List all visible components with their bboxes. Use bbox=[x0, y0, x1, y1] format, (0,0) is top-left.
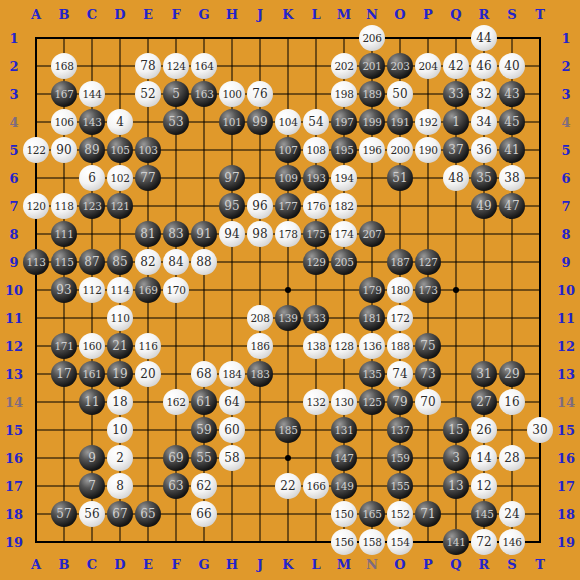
stone-D11: 110 bbox=[107, 305, 133, 331]
label-top-R: R bbox=[479, 8, 490, 21]
stone-H14: 64 bbox=[219, 389, 245, 415]
label-right-1: 1 bbox=[561, 32, 570, 45]
label-right-5: 5 bbox=[561, 144, 570, 157]
stone-L8: 175 bbox=[303, 221, 329, 247]
stone-B2: 168 bbox=[51, 53, 77, 79]
label-right-2: 2 bbox=[561, 60, 570, 73]
stone-N19: 158 bbox=[359, 529, 385, 555]
stone-C13: 161 bbox=[79, 361, 105, 387]
stone-S13: 29 bbox=[499, 361, 525, 387]
stone-C3: 144 bbox=[79, 81, 105, 107]
stone-L5: 108 bbox=[303, 137, 329, 163]
stone-O6: 51 bbox=[387, 165, 413, 191]
stone-G2: 164 bbox=[191, 53, 217, 79]
stone-O19: 154 bbox=[387, 529, 413, 555]
stone-L6: 193 bbox=[303, 165, 329, 191]
label-top-E: E bbox=[143, 8, 153, 21]
stone-E10: 169 bbox=[135, 277, 161, 303]
stone-O3: 50 bbox=[387, 81, 413, 107]
stone-N1: 206 bbox=[359, 25, 385, 51]
stone-F10: 170 bbox=[163, 277, 189, 303]
stone-B18: 57 bbox=[51, 501, 77, 527]
stone-O16: 159 bbox=[387, 445, 413, 471]
label-top-F: F bbox=[171, 8, 180, 21]
label-right-7: 7 bbox=[561, 200, 570, 213]
stone-M19: 156 bbox=[331, 529, 357, 555]
label-right-11: 11 bbox=[557, 312, 575, 325]
stone-O13: 74 bbox=[387, 361, 413, 387]
label-right-8: 8 bbox=[561, 228, 570, 241]
label-top-T: T bbox=[535, 8, 545, 21]
stone-G8: 91 bbox=[191, 221, 217, 247]
stone-B8: 111 bbox=[51, 221, 77, 247]
label-top-K: K bbox=[282, 8, 293, 21]
stone-F2: 124 bbox=[163, 53, 189, 79]
label-bottom-S: S bbox=[507, 558, 516, 571]
label-top-H: H bbox=[226, 8, 238, 21]
stone-G3: 163 bbox=[191, 81, 217, 107]
label-left-1: 1 bbox=[9, 32, 18, 45]
hoshi-K16 bbox=[285, 455, 291, 461]
label-bottom-Q: Q bbox=[450, 558, 461, 571]
stone-H6: 97 bbox=[219, 165, 245, 191]
stone-K5: 107 bbox=[275, 137, 301, 163]
stone-E18: 65 bbox=[135, 501, 161, 527]
label-left-2: 2 bbox=[9, 60, 18, 73]
label-top-G: G bbox=[198, 8, 209, 21]
stone-C10: 112 bbox=[79, 277, 105, 303]
label-left-10: 10 bbox=[5, 284, 23, 297]
stone-M7: 182 bbox=[331, 193, 357, 219]
stone-S14: 16 bbox=[499, 389, 525, 415]
stone-O18: 152 bbox=[387, 501, 413, 527]
stone-O5: 200 bbox=[387, 137, 413, 163]
label-right-4: 4 bbox=[561, 116, 570, 129]
stone-O17: 155 bbox=[387, 473, 413, 499]
go-board[interactable]: AABBCCDDEEFFGGHHJJKKLLMMNNOOPPQQRRSSTT11… bbox=[0, 0, 580, 580]
stone-Q17: 13 bbox=[443, 473, 469, 499]
stone-N2: 201 bbox=[359, 53, 385, 79]
label-left-12: 12 bbox=[5, 340, 23, 353]
label-bottom-M: M bbox=[337, 558, 351, 571]
stone-J8: 98 bbox=[247, 221, 273, 247]
stone-J13: 183 bbox=[247, 361, 273, 387]
stone-D18: 67 bbox=[107, 501, 133, 527]
stone-J4: 99 bbox=[247, 109, 273, 135]
stone-S16: 28 bbox=[499, 445, 525, 471]
stone-K6: 109 bbox=[275, 165, 301, 191]
stone-K15: 185 bbox=[275, 417, 301, 443]
label-bottom-K: K bbox=[282, 558, 293, 571]
stone-N5: 196 bbox=[359, 137, 385, 163]
stone-R1: 44 bbox=[471, 25, 497, 51]
stone-O11: 172 bbox=[387, 305, 413, 331]
stone-F16: 69 bbox=[163, 445, 189, 471]
stone-P14: 70 bbox=[415, 389, 441, 415]
label-right-3: 3 bbox=[561, 88, 570, 101]
label-left-7: 7 bbox=[9, 200, 18, 213]
stone-D15: 10 bbox=[107, 417, 133, 443]
stone-N8: 207 bbox=[359, 221, 385, 247]
label-right-12: 12 bbox=[557, 340, 575, 353]
stone-G16: 55 bbox=[191, 445, 217, 471]
stone-L11: 133 bbox=[303, 305, 329, 331]
stone-M6: 194 bbox=[331, 165, 357, 191]
stone-F9: 84 bbox=[163, 249, 189, 275]
stone-M4: 197 bbox=[331, 109, 357, 135]
stone-G14: 61 bbox=[191, 389, 217, 415]
stone-C17: 7 bbox=[79, 473, 105, 499]
label-left-16: 16 bbox=[5, 452, 23, 465]
stone-P13: 73 bbox=[415, 361, 441, 387]
stone-P10: 173 bbox=[415, 277, 441, 303]
stone-J12: 186 bbox=[247, 333, 273, 359]
stone-B7: 118 bbox=[51, 193, 77, 219]
stone-M14: 130 bbox=[331, 389, 357, 415]
label-top-C: C bbox=[87, 8, 97, 21]
stone-A9: 113 bbox=[23, 249, 49, 275]
stone-L14: 132 bbox=[303, 389, 329, 415]
stone-R3: 32 bbox=[471, 81, 497, 107]
label-right-17: 17 bbox=[557, 480, 575, 493]
label-right-13: 13 bbox=[557, 368, 575, 381]
label-right-9: 9 bbox=[561, 256, 570, 269]
stone-O9: 187 bbox=[387, 249, 413, 275]
label-left-11: 11 bbox=[5, 312, 23, 325]
stone-M12: 128 bbox=[331, 333, 357, 359]
stone-Q2: 42 bbox=[443, 53, 469, 79]
label-top-P: P bbox=[423, 8, 433, 21]
stone-N13: 135 bbox=[359, 361, 385, 387]
stone-E9: 82 bbox=[135, 249, 161, 275]
stone-M5: 195 bbox=[331, 137, 357, 163]
label-top-D: D bbox=[114, 8, 125, 21]
stone-S4: 45 bbox=[499, 109, 525, 135]
stone-Q4: 1 bbox=[443, 109, 469, 135]
stone-R14: 27 bbox=[471, 389, 497, 415]
stone-O12: 188 bbox=[387, 333, 413, 359]
stone-F17: 63 bbox=[163, 473, 189, 499]
stone-T15: 30 bbox=[527, 417, 553, 443]
stone-H16: 58 bbox=[219, 445, 245, 471]
stone-C6: 6 bbox=[79, 165, 105, 191]
stone-D4: 4 bbox=[107, 109, 133, 135]
stone-N4: 199 bbox=[359, 109, 385, 135]
stone-E3: 52 bbox=[135, 81, 161, 107]
stone-S7: 47 bbox=[499, 193, 525, 219]
stone-L12: 138 bbox=[303, 333, 329, 359]
stone-P12: 75 bbox=[415, 333, 441, 359]
stone-C4: 143 bbox=[79, 109, 105, 135]
stone-P18: 71 bbox=[415, 501, 441, 527]
label-bottom-L: L bbox=[311, 558, 320, 571]
stone-D17: 8 bbox=[107, 473, 133, 499]
label-bottom-G: G bbox=[198, 558, 209, 571]
label-bottom-R: R bbox=[479, 558, 490, 571]
stone-R15: 26 bbox=[471, 417, 497, 443]
label-top-Q: Q bbox=[450, 8, 461, 21]
stone-D14: 18 bbox=[107, 389, 133, 415]
stone-A7: 120 bbox=[23, 193, 49, 219]
stone-R7: 49 bbox=[471, 193, 497, 219]
label-top-S: S bbox=[507, 8, 516, 21]
label-top-L: L bbox=[311, 8, 320, 21]
stone-A5: 122 bbox=[23, 137, 49, 163]
stone-J7: 96 bbox=[247, 193, 273, 219]
stone-M16: 147 bbox=[331, 445, 357, 471]
stone-B4: 106 bbox=[51, 109, 77, 135]
stone-M2: 202 bbox=[331, 53, 357, 79]
stone-P5: 190 bbox=[415, 137, 441, 163]
label-top-M: M bbox=[337, 8, 351, 21]
label-bottom-H: H bbox=[226, 558, 238, 571]
label-left-6: 6 bbox=[9, 172, 18, 185]
hoshi-Q10 bbox=[453, 287, 459, 293]
stone-O15: 137 bbox=[387, 417, 413, 443]
stone-Q6: 48 bbox=[443, 165, 469, 191]
stone-D10: 114 bbox=[107, 277, 133, 303]
stone-O14: 79 bbox=[387, 389, 413, 415]
label-top-A: A bbox=[31, 8, 41, 21]
stone-R16: 14 bbox=[471, 445, 497, 471]
label-right-6: 6 bbox=[561, 172, 570, 185]
stone-P2: 204 bbox=[415, 53, 441, 79]
stone-D7: 121 bbox=[107, 193, 133, 219]
stone-M8: 174 bbox=[331, 221, 357, 247]
label-bottom-D: D bbox=[114, 558, 125, 571]
label-right-15: 15 bbox=[557, 424, 575, 437]
stone-S3: 43 bbox=[499, 81, 525, 107]
stone-M18: 150 bbox=[331, 501, 357, 527]
stone-R5: 36 bbox=[471, 137, 497, 163]
stone-S19: 146 bbox=[499, 529, 525, 555]
label-left-18: 18 bbox=[5, 508, 23, 521]
label-bottom-B: B bbox=[59, 558, 70, 571]
stone-C16: 9 bbox=[79, 445, 105, 471]
stone-O10: 180 bbox=[387, 277, 413, 303]
stone-L17: 166 bbox=[303, 473, 329, 499]
stone-B10: 93 bbox=[51, 277, 77, 303]
stone-J11: 208 bbox=[247, 305, 273, 331]
stone-G17: 62 bbox=[191, 473, 217, 499]
label-bottom-A: A bbox=[31, 558, 41, 571]
stone-P9: 127 bbox=[415, 249, 441, 275]
label-bottom-P: P bbox=[423, 558, 433, 571]
stone-R6: 35 bbox=[471, 165, 497, 191]
stone-E5: 103 bbox=[135, 137, 161, 163]
stone-L9: 129 bbox=[303, 249, 329, 275]
label-left-15: 15 bbox=[5, 424, 23, 437]
stone-S2: 40 bbox=[499, 53, 525, 79]
label-left-17: 17 bbox=[5, 480, 23, 493]
stone-K11: 139 bbox=[275, 305, 301, 331]
stone-B3: 167 bbox=[51, 81, 77, 107]
label-left-5: 5 bbox=[9, 144, 18, 157]
label-bottom-F: F bbox=[171, 558, 180, 571]
stone-E6: 77 bbox=[135, 165, 161, 191]
stone-H3: 100 bbox=[219, 81, 245, 107]
stone-N10: 179 bbox=[359, 277, 385, 303]
label-top-O: O bbox=[394, 8, 405, 21]
label-left-9: 9 bbox=[9, 256, 18, 269]
stone-N11: 181 bbox=[359, 305, 385, 331]
stone-H8: 94 bbox=[219, 221, 245, 247]
stone-L4: 54 bbox=[303, 109, 329, 135]
stone-R2: 46 bbox=[471, 53, 497, 79]
stone-C5: 89 bbox=[79, 137, 105, 163]
stone-M15: 131 bbox=[331, 417, 357, 443]
stone-S18: 24 bbox=[499, 501, 525, 527]
label-right-19: 19 bbox=[557, 536, 575, 549]
label-right-10: 10 bbox=[557, 284, 575, 297]
stone-G15: 59 bbox=[191, 417, 217, 443]
stone-R4: 34 bbox=[471, 109, 497, 135]
stone-D12: 21 bbox=[107, 333, 133, 359]
stone-G13: 68 bbox=[191, 361, 217, 387]
label-left-13: 13 bbox=[5, 368, 23, 381]
label-bottom-N: N bbox=[366, 558, 378, 571]
stone-Q5: 37 bbox=[443, 137, 469, 163]
stone-P4: 192 bbox=[415, 109, 441, 135]
stone-C12: 160 bbox=[79, 333, 105, 359]
stone-N3: 189 bbox=[359, 81, 385, 107]
stone-K7: 177 bbox=[275, 193, 301, 219]
stone-C9: 87 bbox=[79, 249, 105, 275]
label-top-N: N bbox=[366, 8, 378, 21]
stone-R19: 72 bbox=[471, 529, 497, 555]
stone-E8: 81 bbox=[135, 221, 161, 247]
label-bottom-E: E bbox=[143, 558, 153, 571]
stone-K8: 178 bbox=[275, 221, 301, 247]
label-bottom-O: O bbox=[394, 558, 405, 571]
stone-E12: 116 bbox=[135, 333, 161, 359]
stone-E13: 20 bbox=[135, 361, 161, 387]
stone-F14: 162 bbox=[163, 389, 189, 415]
stone-B13: 17 bbox=[51, 361, 77, 387]
stone-Q15: 15 bbox=[443, 417, 469, 443]
stone-G9: 88 bbox=[191, 249, 217, 275]
stone-F8: 83 bbox=[163, 221, 189, 247]
stone-O4: 191 bbox=[387, 109, 413, 135]
label-left-3: 3 bbox=[9, 88, 18, 101]
stone-H4: 101 bbox=[219, 109, 245, 135]
stone-N18: 165 bbox=[359, 501, 385, 527]
stone-M9: 205 bbox=[331, 249, 357, 275]
stone-Q16: 3 bbox=[443, 445, 469, 471]
stone-H13: 184 bbox=[219, 361, 245, 387]
stone-K4: 104 bbox=[275, 109, 301, 135]
stone-G18: 66 bbox=[191, 501, 217, 527]
stone-K17: 22 bbox=[275, 473, 301, 499]
stone-H7: 95 bbox=[219, 193, 245, 219]
stone-O2: 203 bbox=[387, 53, 413, 79]
hoshi-K10 bbox=[285, 287, 291, 293]
label-top-J: J bbox=[257, 8, 263, 21]
stone-F4: 53 bbox=[163, 109, 189, 135]
stone-D5: 105 bbox=[107, 137, 133, 163]
stone-R13: 31 bbox=[471, 361, 497, 387]
stone-D9: 85 bbox=[107, 249, 133, 275]
stone-Q19: 141 bbox=[443, 529, 469, 555]
stone-R18: 145 bbox=[471, 501, 497, 527]
stone-M3: 198 bbox=[331, 81, 357, 107]
label-right-14: 14 bbox=[557, 396, 575, 409]
stone-C18: 56 bbox=[79, 501, 105, 527]
stone-B12: 171 bbox=[51, 333, 77, 359]
stone-C14: 11 bbox=[79, 389, 105, 415]
label-bottom-C: C bbox=[87, 558, 97, 571]
stone-H15: 60 bbox=[219, 417, 245, 443]
label-right-16: 16 bbox=[557, 452, 575, 465]
stone-J3: 76 bbox=[247, 81, 273, 107]
stone-B9: 115 bbox=[51, 249, 77, 275]
label-left-8: 8 bbox=[9, 228, 18, 241]
stone-N12: 136 bbox=[359, 333, 385, 359]
label-left-19: 19 bbox=[5, 536, 23, 549]
label-left-4: 4 bbox=[9, 116, 18, 129]
label-left-14: 14 bbox=[5, 396, 23, 409]
stone-Q3: 33 bbox=[443, 81, 469, 107]
stone-D16: 2 bbox=[107, 445, 133, 471]
stone-S5: 41 bbox=[499, 137, 525, 163]
stone-C7: 123 bbox=[79, 193, 105, 219]
stone-B5: 90 bbox=[51, 137, 77, 163]
label-bottom-T: T bbox=[535, 558, 545, 571]
stone-D13: 19 bbox=[107, 361, 133, 387]
stone-R17: 12 bbox=[471, 473, 497, 499]
stone-L7: 176 bbox=[303, 193, 329, 219]
stone-S6: 38 bbox=[499, 165, 525, 191]
stone-F3: 5 bbox=[163, 81, 189, 107]
label-right-18: 18 bbox=[557, 508, 575, 521]
stone-N14: 125 bbox=[359, 389, 385, 415]
stone-E2: 78 bbox=[135, 53, 161, 79]
label-top-B: B bbox=[59, 8, 70, 21]
label-bottom-J: J bbox=[257, 558, 263, 571]
stone-D6: 102 bbox=[107, 165, 133, 191]
stone-M17: 149 bbox=[331, 473, 357, 499]
